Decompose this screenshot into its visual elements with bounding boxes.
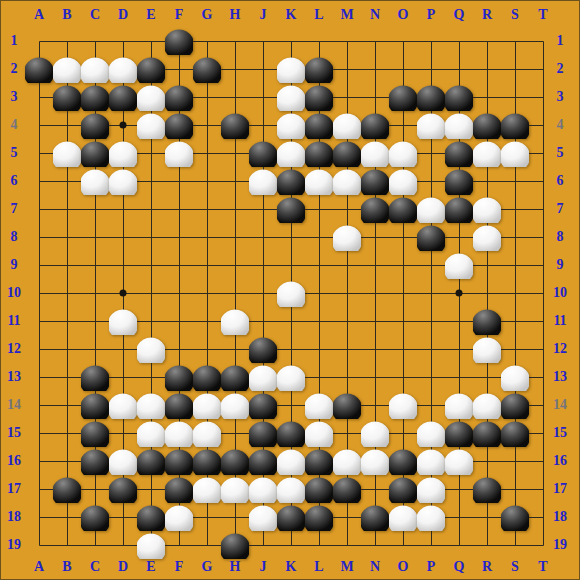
intersection-L10[interactable]	[305, 279, 333, 307]
intersection-T15[interactable]	[529, 419, 557, 447]
black-stone-S18: ●	[501, 503, 529, 531]
black-stone-S15: ●	[501, 419, 529, 447]
intersection-K10[interactable]: ●	[277, 279, 305, 307]
intersection-O1[interactable]	[389, 27, 417, 55]
intersection-T19[interactable]	[529, 531, 557, 559]
row-label-left-19: 19	[2, 531, 26, 559]
intersection-G6[interactable]	[193, 167, 221, 195]
intersection-B9[interactable]	[53, 251, 81, 279]
intersection-T6[interactable]	[529, 167, 557, 195]
intersection-S6[interactable]	[501, 167, 529, 195]
intersection-T13[interactable]	[529, 363, 557, 391]
intersection-S9[interactable]	[501, 251, 529, 279]
intersection-Q18[interactable]	[445, 503, 473, 531]
intersection-C7[interactable]	[81, 195, 109, 223]
intersection-M2[interactable]	[333, 55, 361, 83]
col-label-top-O: O	[389, 6, 417, 24]
intersection-S7[interactable]	[501, 195, 529, 223]
white-stone-F18: ●	[165, 503, 193, 531]
intersection-D7[interactable]	[109, 195, 137, 223]
intersection-E8[interactable]	[137, 223, 165, 251]
intersection-T4[interactable]	[529, 111, 557, 139]
intersection-L9[interactable]	[305, 251, 333, 279]
intersection-A11[interactable]	[25, 307, 53, 335]
col-label-bottom-J: J	[249, 558, 277, 576]
intersection-N8[interactable]	[361, 223, 389, 251]
intersection-K11[interactable]	[277, 307, 305, 335]
intersection-O9[interactable]	[389, 251, 417, 279]
row-label-left-17: 17	[2, 475, 26, 503]
col-label-top-L: L	[305, 6, 333, 24]
intersection-T17[interactable]	[529, 475, 557, 503]
col-label-top-N: N	[361, 6, 389, 24]
intersection-R2[interactable]	[473, 55, 501, 83]
col-label-top-J: J	[249, 6, 277, 24]
row-label-left-11: 11	[2, 307, 26, 335]
col-label-top-R: R	[473, 6, 501, 24]
row-label-left-12: 12	[2, 335, 26, 363]
intersection-F6[interactable]	[165, 167, 193, 195]
intersection-K19[interactable]	[277, 531, 305, 559]
intersection-A15[interactable]	[25, 419, 53, 447]
intersection-B11[interactable]	[53, 307, 81, 335]
intersection-F7[interactable]	[165, 195, 193, 223]
intersection-K7[interactable]: ●	[277, 195, 305, 223]
col-label-bottom-S: S	[501, 558, 529, 576]
intersection-N19[interactable]	[361, 531, 389, 559]
intersection-D9[interactable]	[109, 251, 137, 279]
intersection-A12[interactable]	[25, 335, 53, 363]
row-label-left-10: 10	[2, 279, 26, 307]
row-labels-left: 12345678910111213141516171819	[2, 27, 26, 559]
intersection-E19[interactable]: ●	[137, 531, 165, 559]
intersection-T3[interactable]	[529, 83, 557, 111]
intersection-L12[interactable]	[305, 335, 333, 363]
col-label-bottom-R: R	[473, 558, 501, 576]
intersection-P18[interactable]: ●	[417, 503, 445, 531]
intersection-F10[interactable]	[165, 279, 193, 307]
col-label-bottom-Q: Q	[445, 558, 473, 576]
intersection-T18[interactable]	[529, 503, 557, 531]
intersection-H9[interactable]	[221, 251, 249, 279]
intersection-F5[interactable]: ●	[165, 139, 193, 167]
intersection-F19[interactable]	[165, 531, 193, 559]
intersection-L11[interactable]	[305, 307, 333, 335]
col-label-bottom-F: F	[165, 558, 193, 576]
intersection-G9[interactable]	[193, 251, 221, 279]
go-board-window: ABCDEFGHJKLMNOPQRST ABCDEFGHJKLMNOPQRST …	[0, 0, 580, 580]
intersection-G7[interactable]	[193, 195, 221, 223]
intersection-B10[interactable]	[53, 279, 81, 307]
intersection-E6[interactable]	[137, 167, 165, 195]
col-label-top-M: M	[333, 6, 361, 24]
intersection-Q1[interactable]	[445, 27, 473, 55]
intersection-S1[interactable]	[501, 27, 529, 55]
row-label-left-15: 15	[2, 419, 26, 447]
intersection-T7[interactable]	[529, 195, 557, 223]
intersection-H2[interactable]	[221, 55, 249, 83]
intersection-O10[interactable]	[389, 279, 417, 307]
col-label-top-T: T	[529, 6, 557, 24]
star-point-Q10	[456, 290, 463, 297]
intersection-T14[interactable]	[529, 391, 557, 419]
intersection-M19[interactable]	[333, 531, 361, 559]
col-label-bottom-L: L	[305, 558, 333, 576]
intersection-M10[interactable]	[333, 279, 361, 307]
intersection-F18[interactable]: ●	[165, 503, 193, 531]
intersection-G5[interactable]	[193, 139, 221, 167]
intersection-N11[interactable]	[361, 307, 389, 335]
goban-grid: ●●●●●●●●●●●●●●●●●●●●●●●●●●●●●●●●●●●●●●●●…	[25, 27, 557, 559]
white-stone-S5: ●	[501, 139, 529, 167]
col-label-bottom-T: T	[529, 558, 557, 576]
black-stone-L18: ●	[305, 503, 333, 531]
intersection-T8[interactable]	[529, 223, 557, 251]
white-stone-P18: ●	[417, 503, 445, 531]
intersection-T12[interactable]	[529, 335, 557, 363]
intersection-M8[interactable]: ●	[333, 223, 361, 251]
row-label-left-18: 18	[2, 503, 26, 531]
col-label-top-Q: Q	[445, 6, 473, 24]
col-label-bottom-M: M	[333, 558, 361, 576]
white-stone-R8: ●	[473, 223, 501, 251]
black-stone-G2: ●	[193, 55, 221, 83]
intersection-S16[interactable]	[501, 447, 529, 475]
intersection-H1[interactable]	[221, 27, 249, 55]
intersection-A18[interactable]	[25, 503, 53, 531]
intersection-C9[interactable]	[81, 251, 109, 279]
intersection-J8[interactable]	[249, 223, 277, 251]
row-label-left-5: 5	[2, 139, 26, 167]
col-label-top-C: C	[81, 6, 109, 24]
row-label-left-16: 16	[2, 447, 26, 475]
col-label-bottom-O: O	[389, 558, 417, 576]
black-stone-H19: ●	[221, 531, 249, 559]
col-label-top-P: P	[417, 6, 445, 24]
intersection-N12[interactable]	[361, 335, 389, 363]
intersection-S5[interactable]: ●	[501, 139, 529, 167]
star-point-D10	[120, 290, 127, 297]
col-label-top-A: A	[25, 6, 53, 24]
intersection-M12[interactable]	[333, 335, 361, 363]
col-label-top-S: S	[501, 6, 529, 24]
intersection-S19[interactable]	[501, 531, 529, 559]
white-stone-K10: ●	[277, 279, 305, 307]
intersection-A9[interactable]	[25, 251, 53, 279]
col-label-bottom-C: C	[81, 558, 109, 576]
intersection-A8[interactable]	[25, 223, 53, 251]
intersection-Q19[interactable]	[445, 531, 473, 559]
intersection-F9[interactable]	[165, 251, 193, 279]
intersection-H7[interactable]	[221, 195, 249, 223]
intersection-T1[interactable]	[529, 27, 557, 55]
intersection-K8[interactable]	[277, 223, 305, 251]
row-label-left-4: 4	[2, 111, 26, 139]
intersection-P1[interactable]	[417, 27, 445, 55]
col-label-bottom-K: K	[277, 558, 305, 576]
intersection-S15[interactable]: ●	[501, 419, 529, 447]
intersection-T16[interactable]	[529, 447, 557, 475]
intersection-M9[interactable]	[333, 251, 361, 279]
intersection-C18[interactable]: ●	[81, 503, 109, 531]
intersection-A14[interactable]	[25, 391, 53, 419]
intersection-S2[interactable]	[501, 55, 529, 83]
intersection-A13[interactable]	[25, 363, 53, 391]
intersection-N9[interactable]	[361, 251, 389, 279]
intersection-A6[interactable]	[25, 167, 53, 195]
row-label-left-8: 8	[2, 223, 26, 251]
intersection-T9[interactable]	[529, 251, 557, 279]
white-stone-D6: ●	[109, 167, 137, 195]
intersection-G8[interactable]	[193, 223, 221, 251]
col-label-bottom-N: N	[361, 558, 389, 576]
intersection-O12[interactable]	[389, 335, 417, 363]
intersection-C19[interactable]	[81, 531, 109, 559]
intersection-T11[interactable]	[529, 307, 557, 335]
intersection-E10[interactable]	[137, 279, 165, 307]
intersection-L18[interactable]: ●	[305, 503, 333, 531]
star-point-D4	[120, 122, 127, 129]
intersection-D6[interactable]: ●	[109, 167, 137, 195]
intersection-O11[interactable]	[389, 307, 417, 335]
row-label-left-14: 14	[2, 391, 26, 419]
intersection-P10[interactable]	[417, 279, 445, 307]
row-label-left-6: 6	[2, 167, 26, 195]
white-stone-Q9: ●	[445, 251, 473, 279]
intersection-A10[interactable]	[25, 279, 53, 307]
intersection-E7[interactable]	[137, 195, 165, 223]
intersection-N1[interactable]	[361, 27, 389, 55]
intersection-R1[interactable]	[473, 27, 501, 55]
intersection-N10[interactable]	[361, 279, 389, 307]
intersection-T10[interactable]	[529, 279, 557, 307]
col-label-top-G: G	[193, 6, 221, 24]
row-label-left-7: 7	[2, 195, 26, 223]
intersection-S10[interactable]	[501, 279, 529, 307]
column-labels-bottom: ABCDEFGHJKLMNOPQRST	[25, 558, 557, 576]
col-label-top-B: B	[53, 6, 81, 24]
intersection-B7[interactable]	[53, 195, 81, 223]
intersection-B19[interactable]	[53, 531, 81, 559]
intersection-P11[interactable]	[417, 307, 445, 335]
column-labels-top: ABCDEFGHJKLMNOPQRST	[25, 6, 557, 24]
col-label-bottom-A: A	[25, 558, 53, 576]
intersection-C8[interactable]	[81, 223, 109, 251]
col-label-bottom-B: B	[53, 558, 81, 576]
intersection-S18[interactable]: ●	[501, 503, 529, 531]
intersection-P12[interactable]	[417, 335, 445, 363]
intersection-E9[interactable]	[137, 251, 165, 279]
row-label-left-13: 13	[2, 363, 26, 391]
white-stone-E19: ●	[137, 531, 165, 559]
intersection-H8[interactable]	[221, 223, 249, 251]
intersection-T5[interactable]	[529, 139, 557, 167]
intersection-G2[interactable]: ●	[193, 55, 221, 83]
intersection-R19[interactable]	[473, 531, 501, 559]
intersection-F8[interactable]	[165, 223, 193, 251]
intersection-S8[interactable]	[501, 223, 529, 251]
intersection-A7[interactable]	[25, 195, 53, 223]
intersection-O19[interactable]	[389, 531, 417, 559]
intersection-H19[interactable]: ●	[221, 531, 249, 559]
white-stone-M8: ●	[333, 223, 361, 251]
col-label-bottom-P: P	[417, 558, 445, 576]
intersection-M11[interactable]	[333, 307, 361, 335]
intersection-P19[interactable]	[417, 531, 445, 559]
goban: ●●●●●●●●●●●●●●●●●●●●●●●●●●●●●●●●●●●●●●●●…	[25, 27, 557, 559]
col-label-top-K: K	[277, 6, 305, 24]
black-stone-K7: ●	[277, 195, 305, 223]
intersection-F11[interactable]	[165, 307, 193, 335]
intersection-T2[interactable]	[529, 55, 557, 83]
intersection-A19[interactable]	[25, 531, 53, 559]
intersection-M1[interactable]	[333, 27, 361, 55]
row-label-left-9: 9	[2, 251, 26, 279]
col-label-top-H: H	[221, 6, 249, 24]
intersection-S11[interactable]	[501, 307, 529, 335]
col-label-top-D: D	[109, 6, 137, 24]
intersection-R9[interactable]	[473, 251, 501, 279]
black-stone-C18: ●	[81, 503, 109, 531]
intersection-Q9[interactable]: ●	[445, 251, 473, 279]
white-stone-F5: ●	[165, 139, 193, 167]
intersection-R8[interactable]: ●	[473, 223, 501, 251]
intersection-L19[interactable]	[305, 531, 333, 559]
intersection-D8[interactable]	[109, 223, 137, 251]
intersection-J19[interactable]	[249, 531, 277, 559]
intersection-B8[interactable]	[53, 223, 81, 251]
